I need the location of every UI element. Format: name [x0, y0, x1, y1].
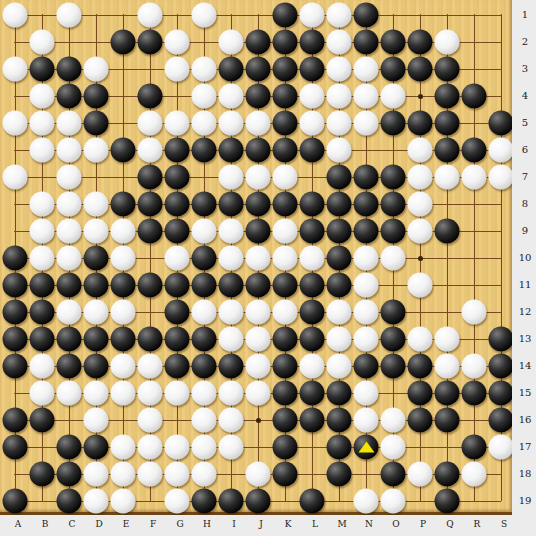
black-stone-p14: [408, 354, 433, 379]
white-stone-n12: [354, 300, 379, 325]
col-label-s: S: [494, 519, 514, 529]
white-stone-b14: [30, 354, 55, 379]
white-stone-h18: [192, 462, 217, 487]
black-stone-j11: [246, 273, 271, 298]
white-stone-n19: [354, 489, 379, 514]
white-stone-n16: [354, 408, 379, 433]
white-stone-p13: [408, 327, 433, 352]
black-stone-b13: [30, 327, 55, 352]
white-stone-p18: [408, 462, 433, 487]
white-stone-j7: [246, 165, 271, 190]
black-stone-o14: [381, 354, 406, 379]
black-stone-a17: [3, 435, 28, 460]
white-stone-s7: [489, 165, 514, 190]
black-stone-c17: [57, 435, 82, 460]
white-stone-f6: [138, 138, 163, 163]
black-stone-n17: [354, 435, 379, 460]
black-stone-b3: [30, 57, 55, 82]
white-stone-h16: [192, 408, 217, 433]
black-stone-h14: [192, 354, 217, 379]
black-stone-g14: [165, 354, 190, 379]
black-stone-d4: [84, 84, 109, 109]
black-stone-k13: [273, 327, 298, 352]
black-stone-g9: [165, 219, 190, 244]
black-stone-k4: [273, 84, 298, 109]
white-stone-e12: [111, 300, 136, 325]
black-stone-k11: [273, 273, 298, 298]
white-stone-p8: [408, 192, 433, 217]
col-label-a: A: [8, 519, 28, 529]
black-stone-c18: [57, 462, 82, 487]
black-stone-l12: [300, 300, 325, 325]
black-stone-m7: [327, 165, 352, 190]
white-stone-h3: [192, 57, 217, 82]
white-stone-j13: [246, 327, 271, 352]
white-stone-i17: [219, 435, 244, 460]
black-stone-d13: [84, 327, 109, 352]
black-stone-f9: [138, 219, 163, 244]
black-stone-o18: [381, 462, 406, 487]
white-stone-p7: [408, 165, 433, 190]
white-stone-e10: [111, 246, 136, 271]
col-label-r: R: [467, 519, 487, 529]
white-stone-o17: [381, 435, 406, 460]
black-stone-o13: [381, 327, 406, 352]
white-stone-g3: [165, 57, 190, 82]
black-stone-o5: [381, 111, 406, 136]
black-stone-k6: [273, 138, 298, 163]
black-stone-h19: [192, 489, 217, 514]
black-stone-g11: [165, 273, 190, 298]
black-stone-c11: [57, 273, 82, 298]
black-stone-a19: [3, 489, 28, 514]
white-stone-n13: [354, 327, 379, 352]
black-stone-q4: [435, 84, 460, 109]
black-stone-j4: [246, 84, 271, 109]
black-stone-n2: [354, 30, 379, 55]
white-stone-g19: [165, 489, 190, 514]
black-stone-k3: [273, 57, 298, 82]
col-label-h: H: [197, 519, 217, 529]
row-label-12: 12: [514, 306, 536, 317]
col-label-q: Q: [440, 519, 460, 529]
white-stone-i5: [219, 111, 244, 136]
black-stone-p2: [408, 30, 433, 55]
black-stone-a13: [3, 327, 28, 352]
black-stone-n9: [354, 219, 379, 244]
row-label-14: 14: [514, 360, 536, 371]
white-stone-q13: [435, 327, 460, 352]
white-stone-e14: [111, 354, 136, 379]
black-stone-b16: [30, 408, 55, 433]
black-stone-g12: [165, 300, 190, 325]
white-stone-k9: [273, 219, 298, 244]
white-stone-b2: [30, 30, 55, 55]
col-label-n: N: [359, 519, 379, 529]
black-stone-n7: [354, 165, 379, 190]
black-stone-b12: [30, 300, 55, 325]
black-stone-j19: [246, 489, 271, 514]
white-stone-n4: [354, 84, 379, 109]
white-stone-n11: [354, 273, 379, 298]
row-label-18: 18: [514, 468, 536, 479]
black-stone-g8: [165, 192, 190, 217]
white-stone-o16: [381, 408, 406, 433]
black-stone-s13: [489, 327, 514, 352]
black-stone-o2: [381, 30, 406, 55]
row-label-2: 2: [514, 36, 536, 47]
black-stone-p5: [408, 111, 433, 136]
black-stone-m15: [327, 381, 352, 406]
black-stone-l8: [300, 192, 325, 217]
row-label-10: 10: [514, 252, 536, 263]
row-label-17: 17: [514, 441, 536, 452]
black-stone-d11: [84, 273, 109, 298]
black-stone-l6: [300, 138, 325, 163]
white-stone-p9: [408, 219, 433, 244]
white-stone-f16: [138, 408, 163, 433]
white-stone-b8: [30, 192, 55, 217]
white-stone-o4: [381, 84, 406, 109]
black-stone-h6: [192, 138, 217, 163]
black-stone-q19: [435, 489, 460, 514]
black-stone-c4: [57, 84, 82, 109]
white-stone-i16: [219, 408, 244, 433]
black-stone-r4: [462, 84, 487, 109]
black-stone-a16: [3, 408, 28, 433]
black-stone-k2: [273, 30, 298, 55]
black-stone-s16: [489, 408, 514, 433]
black-stone-j2: [246, 30, 271, 55]
black-stone-a12: [3, 300, 28, 325]
black-stone-i14: [219, 354, 244, 379]
black-stone-i3: [219, 57, 244, 82]
black-stone-q5: [435, 111, 460, 136]
black-stone-i6: [219, 138, 244, 163]
white-stone-j15: [246, 381, 271, 406]
white-stone-d18: [84, 462, 109, 487]
white-stone-j10: [246, 246, 271, 271]
white-stone-d8: [84, 192, 109, 217]
white-stone-b4: [30, 84, 55, 109]
row-label-13: 13: [514, 333, 536, 344]
black-stone-a11: [3, 273, 28, 298]
white-stone-h1: [192, 3, 217, 28]
white-stone-o10: [381, 246, 406, 271]
white-stone-i9: [219, 219, 244, 244]
black-stone-o12: [381, 300, 406, 325]
white-stone-n10: [354, 246, 379, 271]
black-stone-m8: [327, 192, 352, 217]
white-stone-e17: [111, 435, 136, 460]
black-stone-k18: [273, 462, 298, 487]
black-stone-c3: [57, 57, 82, 82]
black-stone-f8: [138, 192, 163, 217]
white-stone-b5: [30, 111, 55, 136]
row-label-8: 8: [514, 198, 536, 209]
black-stone-a10: [3, 246, 28, 271]
white-stone-m14: [327, 354, 352, 379]
black-stone-q15: [435, 381, 460, 406]
go-board[interactable]: [0, 0, 514, 515]
white-stone-b6: [30, 138, 55, 163]
black-stone-g13: [165, 327, 190, 352]
white-stone-s17: [489, 435, 514, 460]
white-stone-d3: [84, 57, 109, 82]
black-stone-r6: [462, 138, 487, 163]
black-stone-m17: [327, 435, 352, 460]
white-stone-l14: [300, 354, 325, 379]
white-stone-i4: [219, 84, 244, 109]
black-stone-c13: [57, 327, 82, 352]
black-stone-h11: [192, 273, 217, 298]
col-label-p: P: [413, 519, 433, 529]
black-stone-b11: [30, 273, 55, 298]
black-stone-d10: [84, 246, 109, 271]
star-point-p4: [418, 94, 423, 99]
white-stone-k7: [273, 165, 298, 190]
col-label-j: J: [251, 519, 271, 529]
black-stone-o3: [381, 57, 406, 82]
black-stone-m9: [327, 219, 352, 244]
white-stone-f15: [138, 381, 163, 406]
white-stone-f17: [138, 435, 163, 460]
black-stone-l16: [300, 408, 325, 433]
white-stone-p11: [408, 273, 433, 298]
col-label-b: B: [35, 519, 55, 529]
white-stone-e15: [111, 381, 136, 406]
white-stone-f18: [138, 462, 163, 487]
black-stone-s14: [489, 354, 514, 379]
white-stone-f14: [138, 354, 163, 379]
black-stone-b18: [30, 462, 55, 487]
black-stone-f7: [138, 165, 163, 190]
white-stone-g2: [165, 30, 190, 55]
white-stone-i2: [219, 30, 244, 55]
black-stone-s5: [489, 111, 514, 136]
white-stone-b10: [30, 246, 55, 271]
white-stone-r14: [462, 354, 487, 379]
black-stone-d5: [84, 111, 109, 136]
row-label-16: 16: [514, 414, 536, 425]
black-stone-l3: [300, 57, 325, 82]
black-stone-q18: [435, 462, 460, 487]
white-stone-g17: [165, 435, 190, 460]
white-stone-n3: [354, 57, 379, 82]
white-stone-q7: [435, 165, 460, 190]
row-label-6: 6: [514, 144, 536, 155]
row-label-4: 4: [514, 90, 536, 101]
col-label-l: L: [305, 519, 325, 529]
white-stone-d12: [84, 300, 109, 325]
black-stone-m10: [327, 246, 352, 271]
white-stone-l1: [300, 3, 325, 28]
white-stone-c7: [57, 165, 82, 190]
black-stone-p3: [408, 57, 433, 82]
black-stone-l15: [300, 381, 325, 406]
black-stone-d17: [84, 435, 109, 460]
black-stone-o9: [381, 219, 406, 244]
go-app-screenshot: ABCDEFGHIJKLMNOPQRS123456789101112131415…: [0, 0, 536, 536]
black-stone-j3: [246, 57, 271, 82]
white-stone-m12: [327, 300, 352, 325]
black-stone-f4: [138, 84, 163, 109]
row-label-19: 19: [514, 495, 536, 506]
black-stone-r17: [462, 435, 487, 460]
black-stone-k17: [273, 435, 298, 460]
white-stone-e18: [111, 462, 136, 487]
row-label-7: 7: [514, 171, 536, 182]
white-stone-g10: [165, 246, 190, 271]
white-stone-c1: [57, 3, 82, 28]
black-stone-l2: [300, 30, 325, 55]
white-stone-j12: [246, 300, 271, 325]
white-stone-l5: [300, 111, 325, 136]
white-stone-g5: [165, 111, 190, 136]
col-label-m: M: [332, 519, 352, 529]
white-stone-c12: [57, 300, 82, 325]
white-stone-d15: [84, 381, 109, 406]
white-stone-o19: [381, 489, 406, 514]
white-stone-n15: [354, 381, 379, 406]
black-stone-j6: [246, 138, 271, 163]
white-stone-k12: [273, 300, 298, 325]
white-stone-q14: [435, 354, 460, 379]
black-stone-g7: [165, 165, 190, 190]
black-stone-f13: [138, 327, 163, 352]
white-stone-j18: [246, 462, 271, 487]
white-stone-r7: [462, 165, 487, 190]
black-stone-f2: [138, 30, 163, 55]
col-label-i: I: [224, 519, 244, 529]
black-stone-e11: [111, 273, 136, 298]
white-stone-c6: [57, 138, 82, 163]
black-stone-q16: [435, 408, 460, 433]
white-stone-m13: [327, 327, 352, 352]
black-stone-e2: [111, 30, 136, 55]
black-stone-f11: [138, 273, 163, 298]
white-stone-m2: [327, 30, 352, 55]
row-label-15: 15: [514, 387, 536, 398]
white-stone-s6: [489, 138, 514, 163]
black-stone-k14: [273, 354, 298, 379]
white-stone-e19: [111, 489, 136, 514]
white-stone-i12: [219, 300, 244, 325]
white-stone-r12: [462, 300, 487, 325]
white-stone-m4: [327, 84, 352, 109]
white-stone-c15: [57, 381, 82, 406]
row-label-11: 11: [514, 279, 536, 290]
black-stone-c19: [57, 489, 82, 514]
white-stone-g18: [165, 462, 190, 487]
black-stone-k1: [273, 3, 298, 28]
white-stone-e9: [111, 219, 136, 244]
black-stone-r15: [462, 381, 487, 406]
black-stone-a14: [3, 354, 28, 379]
black-stone-h10: [192, 246, 217, 271]
col-label-g: G: [170, 519, 190, 529]
black-stone-q6: [435, 138, 460, 163]
col-label-c: C: [62, 519, 82, 529]
black-stone-n8: [354, 192, 379, 217]
white-stone-j5: [246, 111, 271, 136]
white-stone-i7: [219, 165, 244, 190]
white-stone-a3: [3, 57, 28, 82]
black-stone-m18: [327, 462, 352, 487]
row-label-1: 1: [514, 9, 536, 20]
black-stone-n1: [354, 3, 379, 28]
white-stone-c8: [57, 192, 82, 217]
white-stone-h5: [192, 111, 217, 136]
black-stone-e6: [111, 138, 136, 163]
white-stone-k10: [273, 246, 298, 271]
black-stone-k16: [273, 408, 298, 433]
white-stone-a5: [3, 111, 28, 136]
col-label-f: F: [143, 519, 163, 529]
white-stone-i13: [219, 327, 244, 352]
black-stone-m11: [327, 273, 352, 298]
star-point-p10: [418, 256, 423, 261]
white-stone-h4: [192, 84, 217, 109]
black-stone-l19: [300, 489, 325, 514]
black-stone-k8: [273, 192, 298, 217]
black-stone-q9: [435, 219, 460, 244]
black-stone-o8: [381, 192, 406, 217]
black-stone-d14: [84, 354, 109, 379]
white-stone-b9: [30, 219, 55, 244]
white-stone-m6: [327, 138, 352, 163]
white-stone-a1: [3, 3, 28, 28]
white-stone-p6: [408, 138, 433, 163]
white-stone-h15: [192, 381, 217, 406]
black-stone-k15: [273, 381, 298, 406]
col-label-d: D: [89, 519, 109, 529]
white-stone-m1: [327, 3, 352, 28]
black-stone-l11: [300, 273, 325, 298]
black-stone-j8: [246, 192, 271, 217]
black-stone-n14: [354, 354, 379, 379]
black-stone-m16: [327, 408, 352, 433]
black-stone-i8: [219, 192, 244, 217]
white-stone-f5: [138, 111, 163, 136]
white-stone-h12: [192, 300, 217, 325]
black-stone-j9: [246, 219, 271, 244]
white-stone-c5: [57, 111, 82, 136]
black-stone-p16: [408, 408, 433, 433]
row-label-3: 3: [514, 63, 536, 74]
col-label-o: O: [386, 519, 406, 529]
white-stone-a7: [3, 165, 28, 190]
black-stone-s15: [489, 381, 514, 406]
black-stone-q3: [435, 57, 460, 82]
white-stone-c10: [57, 246, 82, 271]
black-stone-l9: [300, 219, 325, 244]
white-stone-d16: [84, 408, 109, 433]
row-label-5: 5: [514, 117, 536, 128]
white-stone-l4: [300, 84, 325, 109]
black-stone-k5: [273, 111, 298, 136]
white-stone-f1: [138, 3, 163, 28]
black-stone-p15: [408, 381, 433, 406]
white-stone-g15: [165, 381, 190, 406]
white-stone-l10: [300, 246, 325, 271]
col-label-e: E: [116, 519, 136, 529]
white-stone-d9: [84, 219, 109, 244]
white-stone-m5: [327, 111, 352, 136]
black-stone-c14: [57, 354, 82, 379]
black-stone-l13: [300, 327, 325, 352]
white-stone-h17: [192, 435, 217, 460]
